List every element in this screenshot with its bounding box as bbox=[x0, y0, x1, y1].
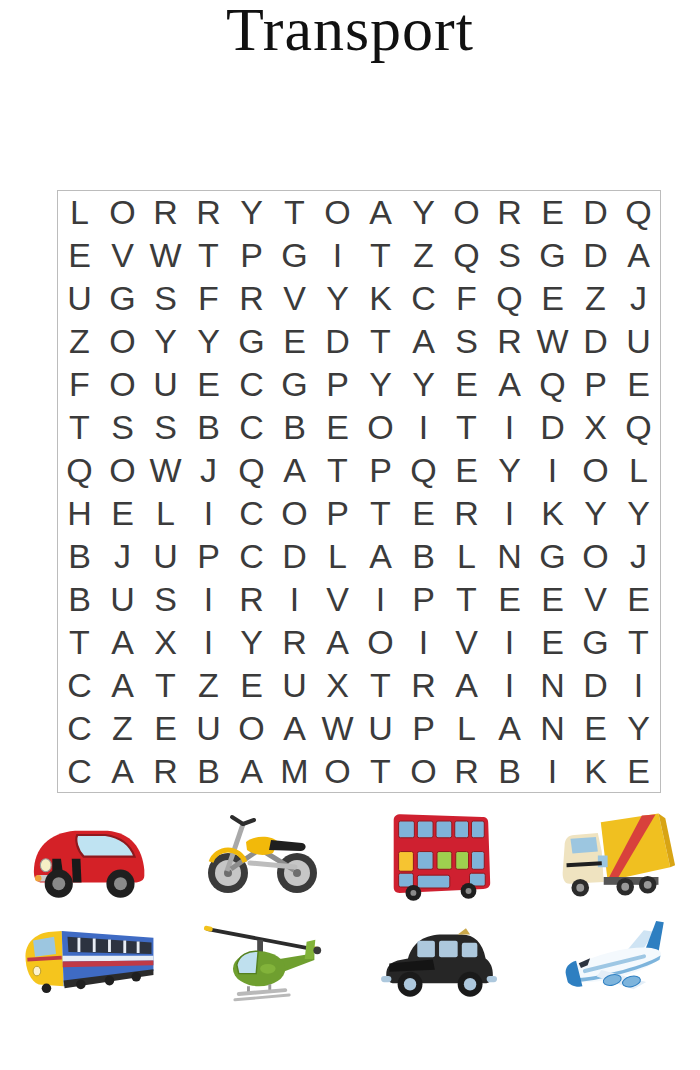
picture-clues bbox=[0, 804, 700, 1020]
cell-r11c6[interactable]: R bbox=[273, 620, 316, 663]
cell-r14c12[interactable]: I bbox=[531, 749, 574, 792]
cell-r13c7[interactable]: W bbox=[316, 706, 359, 749]
cell-r5c13[interactable]: P bbox=[574, 363, 617, 406]
cell-r7c10[interactable]: E bbox=[445, 449, 488, 492]
cell-r7c9[interactable]: Q bbox=[402, 449, 445, 492]
cell-r6c9[interactable]: I bbox=[402, 406, 445, 449]
cell-r12c5[interactable]: E bbox=[230, 663, 273, 706]
cell-r14c7[interactable]: O bbox=[316, 749, 359, 792]
cell-r1c4[interactable]: R bbox=[187, 191, 230, 234]
cell-r3c9[interactable]: C bbox=[402, 277, 445, 320]
cell-r14c3[interactable]: R bbox=[144, 749, 187, 792]
cell-r12c3[interactable]: T bbox=[144, 663, 187, 706]
cell-r2c10[interactable]: Q bbox=[445, 234, 488, 277]
train-icon bbox=[14, 921, 162, 1003]
cell-r9c10[interactable]: L bbox=[445, 534, 488, 577]
double-decker-bus-icon bbox=[374, 807, 502, 903]
cell-r8c11[interactable]: I bbox=[488, 491, 531, 534]
page-title: Transport bbox=[0, 0, 700, 65]
motorbike-image bbox=[198, 809, 328, 901]
cell-r3c4[interactable]: F bbox=[187, 277, 230, 320]
cell-r12c9[interactable]: R bbox=[402, 663, 445, 706]
taxi-icon bbox=[370, 918, 506, 1006]
cell-r2c13[interactable]: D bbox=[574, 234, 617, 277]
cell-r10c11[interactable]: E bbox=[488, 577, 531, 620]
cell-r11c10[interactable]: V bbox=[445, 620, 488, 663]
cell-r4c4[interactable]: Y bbox=[187, 320, 230, 363]
cell-r6c12[interactable]: D bbox=[531, 406, 574, 449]
cell-r11c4[interactable]: I bbox=[187, 620, 230, 663]
cell-r14c9[interactable]: O bbox=[402, 749, 445, 792]
cell-r3c6[interactable]: V bbox=[273, 277, 316, 320]
cell-r7c13[interactable]: O bbox=[574, 449, 617, 492]
cell-r13c6[interactable]: A bbox=[273, 706, 316, 749]
cell-r9c8[interactable]: A bbox=[359, 534, 402, 577]
cell-r7c3[interactable]: W bbox=[144, 449, 187, 492]
cell-r1c12[interactable]: E bbox=[531, 191, 574, 234]
motorbike-icon bbox=[198, 809, 328, 901]
cell-r6c8[interactable]: O bbox=[359, 406, 402, 449]
cell-r4c6[interactable]: E bbox=[273, 320, 316, 363]
cell-r13c12[interactable]: N bbox=[531, 706, 574, 749]
cell-r1c2[interactable]: O bbox=[101, 191, 144, 234]
lorry-image bbox=[547, 808, 679, 902]
cell-r3c8[interactable]: K bbox=[359, 277, 402, 320]
cell-r14c6[interactable]: M bbox=[273, 749, 316, 792]
cell-r10c4[interactable]: I bbox=[187, 577, 230, 620]
cell-r7c14[interactable]: L bbox=[617, 449, 660, 492]
cell-r13c10[interactable]: L bbox=[445, 706, 488, 749]
cell-r5c5[interactable]: C bbox=[230, 363, 273, 406]
cell-r13c2[interactable]: Z bbox=[101, 706, 144, 749]
cell-r3c14[interactable]: J bbox=[617, 277, 660, 320]
cell-r6c2[interactable]: S bbox=[101, 406, 144, 449]
cell-r13c13[interactable]: E bbox=[574, 706, 617, 749]
cell-r1c5[interactable]: Y bbox=[230, 191, 273, 234]
cell-r8c7[interactable]: P bbox=[316, 491, 359, 534]
car-icon bbox=[22, 809, 154, 901]
cell-r14c13[interactable]: K bbox=[574, 749, 617, 792]
cell-r14c4[interactable]: B bbox=[187, 749, 230, 792]
cell-r12c1[interactable]: C bbox=[58, 663, 101, 706]
cell-r14c11[interactable]: B bbox=[488, 749, 531, 792]
cell-r9c14[interactable]: J bbox=[617, 534, 660, 577]
cell-r5c10[interactable]: E bbox=[445, 363, 488, 406]
cell-r4c12[interactable]: W bbox=[531, 320, 574, 363]
cell-r2c7[interactable]: I bbox=[316, 234, 359, 277]
cell-r9c2[interactable]: J bbox=[101, 534, 144, 577]
cell-r14c1[interactable]: C bbox=[58, 749, 101, 792]
cell-r8c5[interactable]: C bbox=[230, 491, 273, 534]
cell-r9c5[interactable]: C bbox=[230, 534, 273, 577]
cell-r4c8[interactable]: T bbox=[359, 320, 402, 363]
cell-r7c8[interactable]: P bbox=[359, 449, 402, 492]
cell-r1c11[interactable]: R bbox=[488, 191, 531, 234]
cell-r11c1[interactable]: T bbox=[58, 620, 101, 663]
cell-r6c13[interactable]: X bbox=[574, 406, 617, 449]
cell-r1c14[interactable]: Q bbox=[617, 191, 660, 234]
cell-r6c7[interactable]: E bbox=[316, 406, 359, 449]
cell-r9c13[interactable]: O bbox=[574, 534, 617, 577]
cell-r10c13[interactable]: V bbox=[574, 577, 617, 620]
cell-r14c14[interactable]: E bbox=[617, 749, 660, 792]
cell-r4c1[interactable]: Z bbox=[58, 320, 101, 363]
cell-r5c9[interactable]: Y bbox=[402, 363, 445, 406]
helicopter-image bbox=[200, 916, 326, 1008]
cell-r4c5[interactable]: G bbox=[230, 320, 273, 363]
cell-r2c8[interactable]: T bbox=[359, 234, 402, 277]
cell-r2c1[interactable]: E bbox=[58, 234, 101, 277]
cell-r13c14[interactable]: Y bbox=[617, 706, 660, 749]
cell-r12c13[interactable]: D bbox=[574, 663, 617, 706]
cell-r2c11[interactable]: S bbox=[488, 234, 531, 277]
cell-r4c2[interactable]: O bbox=[101, 320, 144, 363]
cell-r14c2[interactable]: A bbox=[101, 749, 144, 792]
cell-r3c7[interactable]: Y bbox=[316, 277, 359, 320]
cell-r13c1[interactable]: C bbox=[58, 706, 101, 749]
cell-r13c11[interactable]: A bbox=[488, 706, 531, 749]
cell-r6c6[interactable]: B bbox=[273, 406, 316, 449]
cell-r2c5[interactable]: P bbox=[230, 234, 273, 277]
cell-r6c1[interactable]: T bbox=[58, 406, 101, 449]
cell-r10c3[interactable]: S bbox=[144, 577, 187, 620]
cell-r9c6[interactable]: D bbox=[273, 534, 316, 577]
cell-r9c12[interactable]: G bbox=[531, 534, 574, 577]
cell-r12c4[interactable]: Z bbox=[187, 663, 230, 706]
cell-r11c14[interactable]: T bbox=[617, 620, 660, 663]
cell-r11c7[interactable]: A bbox=[316, 620, 359, 663]
cell-r9c9[interactable]: B bbox=[402, 534, 445, 577]
cell-r2c2[interactable]: V bbox=[101, 234, 144, 277]
cell-r5c11[interactable]: A bbox=[488, 363, 531, 406]
cell-r8c2[interactable]: E bbox=[101, 491, 144, 534]
cell-r7c5[interactable]: Q bbox=[230, 449, 273, 492]
cell-r10c5[interactable]: R bbox=[230, 577, 273, 620]
cell-r8c9[interactable]: E bbox=[402, 491, 445, 534]
cell-r13c8[interactable]: U bbox=[359, 706, 402, 749]
cell-r5c6[interactable]: G bbox=[273, 363, 316, 406]
cell-r1c8[interactable]: A bbox=[359, 191, 402, 234]
cell-r3c12[interactable]: E bbox=[531, 277, 574, 320]
cell-r2c4[interactable]: T bbox=[187, 234, 230, 277]
cell-r2c3[interactable]: W bbox=[144, 234, 187, 277]
cell-r2c6[interactable]: G bbox=[273, 234, 316, 277]
cell-r9c11[interactable]: N bbox=[488, 534, 531, 577]
double-decker-bus-image bbox=[374, 807, 502, 903]
cell-r5c14[interactable]: E bbox=[617, 363, 660, 406]
word-search-grid: LORRYTOAYOREDQEVWTPGITZQSGDAUGSFRVYKCFQE… bbox=[57, 190, 661, 793]
cell-r3c1[interactable]: U bbox=[58, 277, 101, 320]
cell-r4c14[interactable]: U bbox=[617, 320, 660, 363]
cell-r5c1[interactable]: F bbox=[58, 363, 101, 406]
cell-r10c10[interactable]: T bbox=[445, 577, 488, 620]
cell-r1c3[interactable]: R bbox=[144, 191, 187, 234]
car-image bbox=[22, 809, 154, 901]
cell-r10c1[interactable]: B bbox=[58, 577, 101, 620]
cell-r12c11[interactable]: I bbox=[488, 663, 531, 706]
cell-r4c7[interactable]: D bbox=[316, 320, 359, 363]
cell-r7c12[interactable]: I bbox=[531, 449, 574, 492]
cell-r4c10[interactable]: S bbox=[445, 320, 488, 363]
cell-r12c7[interactable]: X bbox=[316, 663, 359, 706]
cell-r1c13[interactable]: D bbox=[574, 191, 617, 234]
cell-r8c14[interactable]: Y bbox=[617, 491, 660, 534]
cell-r6c10[interactable]: T bbox=[445, 406, 488, 449]
cell-r13c9[interactable]: P bbox=[402, 706, 445, 749]
cell-r12c14[interactable]: I bbox=[617, 663, 660, 706]
cell-r6c5[interactable]: C bbox=[230, 406, 273, 449]
cell-r14c8[interactable]: T bbox=[359, 749, 402, 792]
cell-r8c13[interactable]: Y bbox=[574, 491, 617, 534]
cell-r2c9[interactable]: Z bbox=[402, 234, 445, 277]
cell-r7c4[interactable]: J bbox=[187, 449, 230, 492]
cell-r3c5[interactable]: R bbox=[230, 277, 273, 320]
cell-r9c4[interactable]: P bbox=[187, 534, 230, 577]
cell-r10c7[interactable]: V bbox=[316, 577, 359, 620]
cell-r11c3[interactable]: X bbox=[144, 620, 187, 663]
cell-r14c10[interactable]: R bbox=[445, 749, 488, 792]
cell-r7c7[interactable]: T bbox=[316, 449, 359, 492]
taxi-image bbox=[370, 918, 506, 1006]
cell-r9c3[interactable]: U bbox=[144, 534, 187, 577]
cell-r3c10[interactable]: F bbox=[445, 277, 488, 320]
cell-r11c13[interactable]: G bbox=[574, 620, 617, 663]
cell-r1c6[interactable]: T bbox=[273, 191, 316, 234]
cell-r1c7[interactable]: O bbox=[316, 191, 359, 234]
cell-r7c6[interactable]: A bbox=[273, 449, 316, 492]
cell-r4c3[interactable]: Y bbox=[144, 320, 187, 363]
cell-r10c9[interactable]: P bbox=[402, 577, 445, 620]
cell-r11c9[interactable]: I bbox=[402, 620, 445, 663]
cell-r13c3[interactable]: E bbox=[144, 706, 187, 749]
cell-r2c14[interactable]: A bbox=[617, 234, 660, 277]
cell-r3c3[interactable]: S bbox=[144, 277, 187, 320]
cell-r4c11[interactable]: R bbox=[488, 320, 531, 363]
cell-r8c1[interactable]: H bbox=[58, 491, 101, 534]
cell-r11c5[interactable]: Y bbox=[230, 620, 273, 663]
cell-r4c9[interactable]: A bbox=[402, 320, 445, 363]
cell-r1c1[interactable]: L bbox=[58, 191, 101, 234]
cell-r1c9[interactable]: Y bbox=[402, 191, 445, 234]
cell-r8c12[interactable]: K bbox=[531, 491, 574, 534]
cell-r6c14[interactable]: Q bbox=[617, 406, 660, 449]
cell-r9c1[interactable]: B bbox=[58, 534, 101, 577]
cell-r7c2[interactable]: O bbox=[101, 449, 144, 492]
cell-r3c2[interactable]: G bbox=[101, 277, 144, 320]
cell-r5c4[interactable]: E bbox=[187, 363, 230, 406]
cell-r11c8[interactable]: O bbox=[359, 620, 402, 663]
cell-r11c11[interactable]: I bbox=[488, 620, 531, 663]
cell-r8c8[interactable]: T bbox=[359, 491, 402, 534]
cell-r8c3[interactable]: L bbox=[144, 491, 187, 534]
cell-r10c12[interactable]: E bbox=[531, 577, 574, 620]
cell-r11c2[interactable]: A bbox=[101, 620, 144, 663]
cell-r10c6[interactable]: I bbox=[273, 577, 316, 620]
cell-r2c12[interactable]: G bbox=[531, 234, 574, 277]
cell-r12c8[interactable]: T bbox=[359, 663, 402, 706]
cell-r5c8[interactable]: Y bbox=[359, 363, 402, 406]
lorry-icon bbox=[547, 808, 679, 902]
cell-r5c12[interactable]: Q bbox=[531, 363, 574, 406]
cell-r1c10[interactable]: O bbox=[445, 191, 488, 234]
plane-icon bbox=[547, 915, 679, 1009]
cell-r13c4[interactable]: U bbox=[187, 706, 230, 749]
cell-r8c6[interactable]: O bbox=[273, 491, 316, 534]
cell-r5c3[interactable]: U bbox=[144, 363, 187, 406]
cell-r7c1[interactable]: Q bbox=[58, 449, 101, 492]
cell-r6c11[interactable]: I bbox=[488, 406, 531, 449]
cell-r5c2[interactable]: O bbox=[101, 363, 144, 406]
cell-r10c8[interactable]: I bbox=[359, 577, 402, 620]
cell-r8c10[interactable]: R bbox=[445, 491, 488, 534]
cell-r9c7[interactable]: L bbox=[316, 534, 359, 577]
cell-r6c4[interactable]: B bbox=[187, 406, 230, 449]
cell-r10c14[interactable]: E bbox=[617, 577, 660, 620]
cell-r12c10[interactable]: A bbox=[445, 663, 488, 706]
plane-image bbox=[547, 915, 679, 1009]
cell-r10c2[interactable]: U bbox=[101, 577, 144, 620]
cell-r3c11[interactable]: Q bbox=[488, 277, 531, 320]
cell-r8c4[interactable]: I bbox=[187, 491, 230, 534]
cell-r11c12[interactable]: E bbox=[531, 620, 574, 663]
cell-r6c3[interactable]: S bbox=[144, 406, 187, 449]
cell-r3c13[interactable]: Z bbox=[574, 277, 617, 320]
cell-r12c2[interactable]: A bbox=[101, 663, 144, 706]
cell-r13c5[interactable]: O bbox=[230, 706, 273, 749]
train-image bbox=[14, 921, 162, 1003]
cell-r4c13[interactable]: D bbox=[574, 320, 617, 363]
cell-r7c11[interactable]: Y bbox=[488, 449, 531, 492]
cell-r5c7[interactable]: P bbox=[316, 363, 359, 406]
cell-r12c12[interactable]: N bbox=[531, 663, 574, 706]
cell-r14c5[interactable]: A bbox=[230, 749, 273, 792]
cell-r12c6[interactable]: U bbox=[273, 663, 316, 706]
helicopter-icon bbox=[200, 916, 326, 1008]
